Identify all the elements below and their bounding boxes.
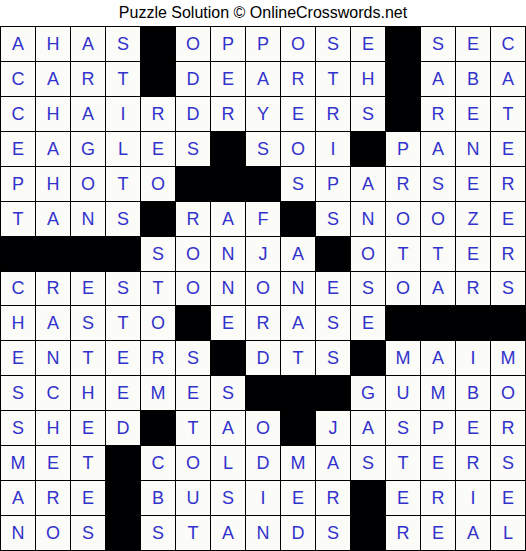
black-cell-r6c9 bbox=[281, 202, 315, 236]
black-cell-r5c6 bbox=[176, 167, 210, 201]
black-cell-r13c4 bbox=[106, 446, 140, 480]
cell-r10c3[interactable]: T bbox=[71, 341, 105, 375]
cell-r15c3[interactable]: S bbox=[71, 516, 105, 550]
cell-r12c13[interactable]: P bbox=[421, 411, 455, 445]
cell-r8c8[interactable]: O bbox=[246, 272, 280, 306]
cell-r10c13[interactable]: A bbox=[421, 341, 455, 375]
black-cell-r15c4 bbox=[106, 516, 140, 550]
cell-r5c12[interactable]: R bbox=[386, 167, 420, 201]
cell-r11c13[interactable]: M bbox=[421, 376, 455, 410]
cell-r4c4[interactable]: L bbox=[106, 132, 140, 166]
cell-r12c8[interactable]: O bbox=[246, 411, 280, 445]
cell-r8c7[interactable]: N bbox=[211, 272, 245, 306]
cell-r9c4[interactable]: T bbox=[106, 306, 140, 340]
cell-r15c5[interactable]: S bbox=[141, 516, 175, 550]
cell-r3c6[interactable]: D bbox=[176, 97, 210, 131]
cell-r3c4[interactable]: I bbox=[106, 97, 140, 131]
cell-r13c14[interactable]: R bbox=[456, 446, 490, 480]
cell-r1c6[interactable]: O bbox=[176, 27, 210, 61]
cell-r13c5[interactable]: C bbox=[141, 446, 175, 480]
page-title: Puzzle Solution © OnlineCrosswords.net bbox=[0, 0, 526, 26]
cell-r10c8[interactable]: D bbox=[246, 341, 280, 375]
cell-r2c1[interactable]: C bbox=[1, 62, 35, 96]
cell-r11c7[interactable]: S bbox=[211, 376, 245, 410]
cell-r3c13[interactable]: R bbox=[421, 97, 455, 131]
black-cell-r3c12 bbox=[386, 97, 420, 131]
black-cell-r7c10 bbox=[316, 237, 350, 271]
cell-r5c3[interactable]: O bbox=[71, 167, 105, 201]
cell-r8c11[interactable]: S bbox=[351, 272, 385, 306]
cell-r2c6[interactable]: D bbox=[176, 62, 210, 96]
cell-r6c6[interactable]: R bbox=[176, 202, 210, 236]
cell-r14c6[interactable]: U bbox=[176, 481, 210, 515]
cell-r11c12[interactable]: U bbox=[386, 376, 420, 410]
cell-r14c2[interactable]: R bbox=[36, 481, 70, 515]
cell-r3c10[interactable]: R bbox=[316, 97, 350, 131]
cell-r12c6[interactable]: T bbox=[176, 411, 210, 445]
cell-r5c1[interactable]: P bbox=[1, 167, 35, 201]
cell-r1c3[interactable]: A bbox=[71, 27, 105, 61]
cell-r1c1[interactable]: A bbox=[1, 27, 35, 61]
cell-r11c5[interactable]: M bbox=[141, 376, 175, 410]
cell-r10c14[interactable]: I bbox=[456, 341, 490, 375]
cell-r13c13[interactable]: E bbox=[421, 446, 455, 480]
cell-r10c10[interactable]: S bbox=[316, 341, 350, 375]
black-cell-r9c12 bbox=[386, 306, 420, 340]
black-cell-r2c12 bbox=[386, 62, 420, 96]
cell-r12c10[interactable]: J bbox=[316, 411, 350, 445]
cell-r3c7[interactable]: R bbox=[211, 97, 245, 131]
cell-r2c3[interactable]: R bbox=[71, 62, 105, 96]
cell-r4c12[interactable]: P bbox=[386, 132, 420, 166]
cell-r15c15[interactable]: L bbox=[491, 516, 525, 550]
cell-r3c8[interactable]: Y bbox=[246, 97, 280, 131]
cell-r5c13[interactable]: S bbox=[421, 167, 455, 201]
cell-r2c15[interactable]: A bbox=[491, 62, 525, 96]
black-cell-r11c8 bbox=[246, 376, 280, 410]
cell-r1c9[interactable]: O bbox=[281, 27, 315, 61]
cell-r11c6[interactable]: E bbox=[176, 376, 210, 410]
cell-r14c5[interactable]: B bbox=[141, 481, 175, 515]
cell-r8c9[interactable]: N bbox=[281, 272, 315, 306]
cell-r12c11[interactable]: A bbox=[351, 411, 385, 445]
cell-r1c8[interactable]: P bbox=[246, 27, 280, 61]
cell-r9c3[interactable]: S bbox=[71, 306, 105, 340]
cell-r4c10[interactable]: I bbox=[316, 132, 350, 166]
black-cell-r5c8 bbox=[246, 167, 280, 201]
cell-r11c4[interactable]: E bbox=[106, 376, 140, 410]
cell-r15c2[interactable]: O bbox=[36, 516, 70, 550]
black-cell-r14c4 bbox=[106, 481, 140, 515]
cell-r2c13[interactable]: A bbox=[421, 62, 455, 96]
cell-r13c10[interactable]: A bbox=[316, 446, 350, 480]
cell-r5c11[interactable]: A bbox=[351, 167, 385, 201]
cell-r6c8[interactable]: F bbox=[246, 202, 280, 236]
cell-r8c3[interactable]: E bbox=[71, 272, 105, 306]
cell-r9c11[interactable]: E bbox=[351, 306, 385, 340]
cell-r14c13[interactable]: R bbox=[421, 481, 455, 515]
cell-r10c15[interactable]: M bbox=[491, 341, 525, 375]
cell-r9c5[interactable]: O bbox=[141, 306, 175, 340]
cell-r4c14[interactable]: N bbox=[456, 132, 490, 166]
cell-r6c15[interactable]: E bbox=[491, 202, 525, 236]
cell-r13c3[interactable]: T bbox=[71, 446, 105, 480]
cell-r14c15[interactable]: E bbox=[491, 481, 525, 515]
cell-r14c14[interactable]: I bbox=[456, 481, 490, 515]
cell-r5c14[interactable]: E bbox=[456, 167, 490, 201]
cell-r14c12[interactable]: E bbox=[386, 481, 420, 515]
cell-r7c7[interactable]: N bbox=[211, 237, 245, 271]
cell-r10c6[interactable]: S bbox=[176, 341, 210, 375]
black-cell-r1c12 bbox=[386, 27, 420, 61]
cell-r15c14[interactable]: A bbox=[456, 516, 490, 550]
cell-r9c1[interactable]: H bbox=[1, 306, 35, 340]
cell-r4c15[interactable]: E bbox=[491, 132, 525, 166]
cell-r2c4[interactable]: T bbox=[106, 62, 140, 96]
black-cell-r7c1 bbox=[1, 237, 35, 271]
cell-r11c15[interactable]: O bbox=[491, 376, 525, 410]
cell-r2c7[interactable]: E bbox=[211, 62, 245, 96]
black-cell-r1c5 bbox=[141, 27, 175, 61]
cell-r6c13[interactable]: O bbox=[421, 202, 455, 236]
cell-r1c15[interactable]: C bbox=[491, 27, 525, 61]
cell-r4c6[interactable]: S bbox=[176, 132, 210, 166]
cell-r1c10[interactable]: S bbox=[316, 27, 350, 61]
cell-r3c1[interactable]: C bbox=[1, 97, 35, 131]
cell-r5c10[interactable]: P bbox=[316, 167, 350, 201]
cell-r12c14[interactable]: E bbox=[456, 411, 490, 445]
cell-r10c4[interactable]: E bbox=[106, 341, 140, 375]
cell-r15c10[interactable]: S bbox=[316, 516, 350, 550]
cell-r7c5[interactable]: S bbox=[141, 237, 175, 271]
cell-r14c1[interactable]: A bbox=[1, 481, 35, 515]
black-cell-r4c11 bbox=[351, 132, 385, 166]
black-cell-r12c5 bbox=[141, 411, 175, 445]
cell-r13c7[interactable]: L bbox=[211, 446, 245, 480]
cell-r7c11[interactable]: O bbox=[351, 237, 385, 271]
cell-r9c8[interactable]: R bbox=[246, 306, 280, 340]
cell-r8c4[interactable]: S bbox=[106, 272, 140, 306]
cell-r9c2[interactable]: A bbox=[36, 306, 70, 340]
cell-r7c13[interactable]: T bbox=[421, 237, 455, 271]
black-cell-r5c7 bbox=[211, 167, 245, 201]
cell-r12c7[interactable]: A bbox=[211, 411, 245, 445]
cell-r12c2[interactable]: H bbox=[36, 411, 70, 445]
cell-r1c13[interactable]: S bbox=[421, 27, 455, 61]
cell-r7c8[interactable]: J bbox=[246, 237, 280, 271]
cell-r4c8[interactable]: S bbox=[246, 132, 280, 166]
cell-r4c3[interactable]: G bbox=[71, 132, 105, 166]
cell-r11c2[interactable]: C bbox=[36, 376, 70, 410]
cell-r13c9[interactable]: M bbox=[281, 446, 315, 480]
cell-r15c12[interactable]: R bbox=[386, 516, 420, 550]
cell-r8c5[interactable]: T bbox=[141, 272, 175, 306]
black-cell-r7c3 bbox=[71, 237, 105, 271]
black-cell-r15c11 bbox=[351, 516, 385, 550]
cell-r7c9[interactable]: A bbox=[281, 237, 315, 271]
cell-r7c6[interactable]: O bbox=[176, 237, 210, 271]
cell-r7c14[interactable]: E bbox=[456, 237, 490, 271]
cell-r15c1[interactable]: N bbox=[1, 516, 35, 550]
cell-r11c11[interactable]: G bbox=[351, 376, 385, 410]
black-cell-r9c6 bbox=[176, 306, 210, 340]
black-cell-r2c5 bbox=[141, 62, 175, 96]
cell-r10c1[interactable]: E bbox=[1, 341, 35, 375]
cell-r1c11[interactable]: E bbox=[351, 27, 385, 61]
cell-r3c14[interactable]: E bbox=[456, 97, 490, 131]
cell-r6c7[interactable]: A bbox=[211, 202, 245, 236]
crossword-grid: AHASOPPOSESECCARTDEARTHABACHAIRDRYERSRET… bbox=[0, 26, 526, 551]
cell-r9c9[interactable]: A bbox=[281, 306, 315, 340]
cell-r12c15[interactable]: R bbox=[491, 411, 525, 445]
cell-r4c1[interactable]: E bbox=[1, 132, 35, 166]
cell-r8c1[interactable]: C bbox=[1, 272, 35, 306]
cell-r3c5[interactable]: R bbox=[141, 97, 175, 131]
cell-r15c6[interactable]: T bbox=[176, 516, 210, 550]
cell-r8c2[interactable]: R bbox=[36, 272, 70, 306]
cell-r14c9[interactable]: E bbox=[281, 481, 315, 515]
black-cell-r9c15 bbox=[491, 306, 525, 340]
cell-r14c10[interactable]: R bbox=[316, 481, 350, 515]
cell-r13c15[interactable]: S bbox=[491, 446, 525, 480]
cell-r9c7[interactable]: E bbox=[211, 306, 245, 340]
cell-r13c8[interactable]: D bbox=[246, 446, 280, 480]
cell-r2c11[interactable]: H bbox=[351, 62, 385, 96]
cell-r5c2[interactable]: H bbox=[36, 167, 70, 201]
cell-r10c9[interactable]: T bbox=[281, 341, 315, 375]
black-cell-r11c9 bbox=[281, 376, 315, 410]
cell-r14c8[interactable]: I bbox=[246, 481, 280, 515]
cell-r15c7[interactable]: A bbox=[211, 516, 245, 550]
black-cell-r4c7 bbox=[211, 132, 245, 166]
black-cell-r12c9 bbox=[281, 411, 315, 445]
cell-r3c11[interactable]: S bbox=[351, 97, 385, 131]
cell-r6c1[interactable]: T bbox=[1, 202, 35, 236]
cell-r13c1[interactable]: M bbox=[1, 446, 35, 480]
cell-r10c12[interactable]: M bbox=[386, 341, 420, 375]
cell-r4c2[interactable]: A bbox=[36, 132, 70, 166]
cell-r6c4[interactable]: S bbox=[106, 202, 140, 236]
cell-r1c2[interactable]: H bbox=[36, 27, 70, 61]
cell-r12c1[interactable]: S bbox=[1, 411, 35, 445]
puzzle-solution-page: Puzzle Solution © OnlineCrosswords.net A… bbox=[0, 0, 526, 551]
cell-r11c3[interactable]: H bbox=[71, 376, 105, 410]
cell-r2c8[interactable]: A bbox=[246, 62, 280, 96]
cell-r10c5[interactable]: R bbox=[141, 341, 175, 375]
cell-r11c1[interactable]: S bbox=[1, 376, 35, 410]
cell-r2c2[interactable]: A bbox=[36, 62, 70, 96]
cell-r2c14[interactable]: B bbox=[456, 62, 490, 96]
cell-r10c2[interactable]: N bbox=[36, 341, 70, 375]
cell-r12c4[interactable]: D bbox=[106, 411, 140, 445]
black-cell-r11c10 bbox=[316, 376, 350, 410]
cell-r5c5[interactable]: O bbox=[141, 167, 175, 201]
cell-r15c8[interactable]: N bbox=[246, 516, 280, 550]
cell-r4c13[interactable]: A bbox=[421, 132, 455, 166]
cell-r13c12[interactable]: T bbox=[386, 446, 420, 480]
cell-r6c11[interactable]: N bbox=[351, 202, 385, 236]
cell-r8c6[interactable]: O bbox=[176, 272, 210, 306]
cell-r15c9[interactable]: D bbox=[281, 516, 315, 550]
black-cell-r9c13 bbox=[421, 306, 455, 340]
cell-r5c9[interactable]: S bbox=[281, 167, 315, 201]
black-cell-r7c4 bbox=[106, 237, 140, 271]
cell-r2c10[interactable]: T bbox=[316, 62, 350, 96]
cell-r9c10[interactable]: S bbox=[316, 306, 350, 340]
cell-r14c7[interactable]: S bbox=[211, 481, 245, 515]
cell-r3c9[interactable]: E bbox=[281, 97, 315, 131]
cell-r1c7[interactable]: P bbox=[211, 27, 245, 61]
cell-r8c12[interactable]: O bbox=[386, 272, 420, 306]
black-cell-r10c11 bbox=[351, 341, 385, 375]
cell-r4c9[interactable]: O bbox=[281, 132, 315, 166]
cell-r15c13[interactable]: E bbox=[421, 516, 455, 550]
cell-r1c14[interactable]: E bbox=[456, 27, 490, 61]
cell-r13c2[interactable]: E bbox=[36, 446, 70, 480]
cell-r2c9[interactable]: R bbox=[281, 62, 315, 96]
black-cell-r9c14 bbox=[456, 306, 490, 340]
black-cell-r10c7 bbox=[211, 341, 245, 375]
cell-r6c14[interactable]: Z bbox=[456, 202, 490, 236]
cell-r5c4[interactable]: T bbox=[106, 167, 140, 201]
cell-r8c14[interactable]: R bbox=[456, 272, 490, 306]
cell-r12c3[interactable]: E bbox=[71, 411, 105, 445]
cell-r7c12[interactable]: T bbox=[386, 237, 420, 271]
cell-r6c3[interactable]: N bbox=[71, 202, 105, 236]
cell-r13c11[interactable]: S bbox=[351, 446, 385, 480]
cell-r5c15[interactable]: R bbox=[491, 167, 525, 201]
cell-r3c2[interactable]: H bbox=[36, 97, 70, 131]
black-cell-r6c5 bbox=[141, 202, 175, 236]
cell-r8c15[interactable]: S bbox=[491, 272, 525, 306]
cell-r8c13[interactable]: A bbox=[421, 272, 455, 306]
cell-r6c10[interactable]: S bbox=[316, 202, 350, 236]
cell-r13c6[interactable]: O bbox=[176, 446, 210, 480]
cell-r8c10[interactable]: E bbox=[316, 272, 350, 306]
cell-r6c12[interactable]: O bbox=[386, 202, 420, 236]
cell-r6c2[interactable]: A bbox=[36, 202, 70, 236]
cell-r12c12[interactable]: S bbox=[386, 411, 420, 445]
black-cell-r7c2 bbox=[36, 237, 70, 271]
cell-r14c3[interactable]: E bbox=[71, 481, 105, 515]
cell-r7c15[interactable]: R bbox=[491, 237, 525, 271]
cell-r4c5[interactable]: E bbox=[141, 132, 175, 166]
cell-r3c15[interactable]: T bbox=[491, 97, 525, 131]
black-cell-r14c11 bbox=[351, 481, 385, 515]
cell-r3c3[interactable]: A bbox=[71, 97, 105, 131]
cell-r1c4[interactable]: S bbox=[106, 27, 140, 61]
cell-r11c14[interactable]: B bbox=[456, 376, 490, 410]
